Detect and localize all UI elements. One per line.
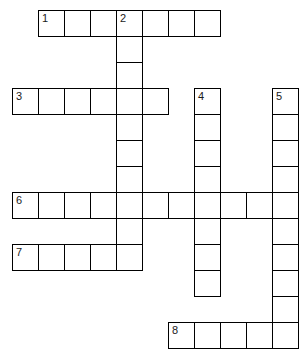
grid-cell[interactable] xyxy=(220,322,247,349)
cell-number: 3 xyxy=(16,90,22,102)
grid-cell[interactable]: 6 xyxy=(12,192,39,219)
grid-cell[interactable] xyxy=(272,296,299,323)
grid-cell[interactable] xyxy=(272,218,299,245)
grid-cell[interactable] xyxy=(38,192,65,219)
grid-cell[interactable] xyxy=(246,322,273,349)
grid-cell[interactable] xyxy=(194,10,221,37)
grid-cell[interactable] xyxy=(194,270,221,297)
grid-cell[interactable] xyxy=(272,244,299,271)
grid-cell[interactable] xyxy=(90,10,117,37)
grid-cell[interactable]: 7 xyxy=(12,244,39,271)
grid-cell[interactable] xyxy=(168,10,195,37)
grid-cell[interactable] xyxy=(142,10,169,37)
grid-cell[interactable] xyxy=(194,114,221,141)
grid-cell[interactable] xyxy=(220,192,247,219)
grid-cell[interactable] xyxy=(64,88,91,115)
grid-cell[interactable] xyxy=(116,36,143,63)
grid-cell[interactable] xyxy=(194,218,221,245)
grid-cell[interactable]: 1 xyxy=(38,10,65,37)
grid-cell[interactable] xyxy=(116,62,143,89)
grid-cell[interactable] xyxy=(38,244,65,271)
grid-cell[interactable] xyxy=(64,10,91,37)
cell-number: 5 xyxy=(276,90,282,102)
grid-cell[interactable] xyxy=(116,244,143,271)
grid-cell[interactable] xyxy=(64,244,91,271)
grid-cell[interactable] xyxy=(90,88,117,115)
grid-cell[interactable]: 8 xyxy=(168,322,195,349)
grid-cell[interactable] xyxy=(272,166,299,193)
cell-number: 7 xyxy=(16,246,22,258)
grid-cell[interactable] xyxy=(272,322,299,349)
cell-number: 6 xyxy=(16,194,22,206)
grid-cell[interactable]: 5 xyxy=(272,88,299,115)
grid-cell[interactable] xyxy=(272,270,299,297)
grid-cell[interactable] xyxy=(194,244,221,271)
grid-cell[interactable]: 2 xyxy=(116,10,143,37)
grid-cell[interactable] xyxy=(116,88,143,115)
grid-cell[interactable] xyxy=(116,114,143,141)
grid-cell[interactable] xyxy=(142,88,169,115)
cell-number: 4 xyxy=(198,90,204,102)
cell-number: 8 xyxy=(172,324,178,336)
grid-cell[interactable] xyxy=(116,140,143,167)
grid-cell[interactable] xyxy=(272,140,299,167)
cell-number: 2 xyxy=(120,12,126,24)
grid-cell[interactable] xyxy=(272,192,299,219)
grid-cell[interactable] xyxy=(142,192,169,219)
grid-cell[interactable] xyxy=(116,192,143,219)
grid-cell[interactable] xyxy=(272,114,299,141)
grid-cell[interactable] xyxy=(38,88,65,115)
crossword-board: 12345678 xyxy=(12,10,298,348)
grid-cell[interactable] xyxy=(168,192,195,219)
grid-cell[interactable] xyxy=(194,192,221,219)
grid-cell[interactable] xyxy=(64,192,91,219)
crossword-page: 12345678 xyxy=(0,0,308,353)
grid-cell[interactable] xyxy=(194,322,221,349)
cell-number: 1 xyxy=(42,12,48,24)
grid-cell[interactable] xyxy=(116,166,143,193)
grid-cell[interactable]: 4 xyxy=(194,88,221,115)
grid-cell[interactable]: 3 xyxy=(12,88,39,115)
grid-cell[interactable] xyxy=(90,192,117,219)
grid-cell[interactable] xyxy=(90,244,117,271)
grid-cell[interactable] xyxy=(194,166,221,193)
grid-cell[interactable] xyxy=(246,192,273,219)
grid-cell[interactable] xyxy=(116,218,143,245)
grid-cell[interactable] xyxy=(194,140,221,167)
